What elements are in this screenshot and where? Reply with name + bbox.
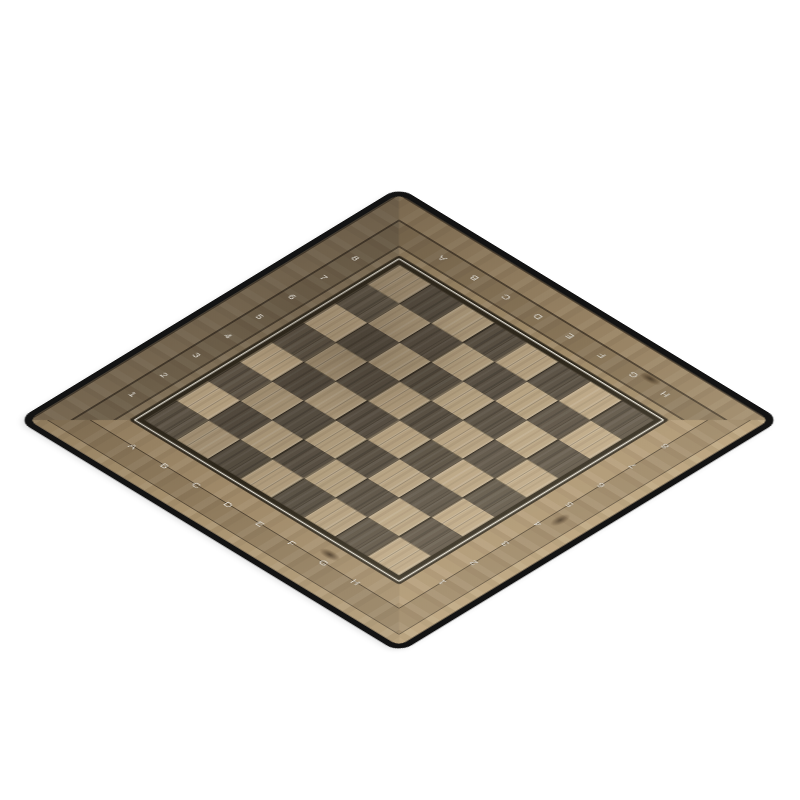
product-photo-canvas: AABBCCDDEEFFGGHH1122334455667788 — [0, 0, 800, 800]
board-frame-band — [129, 255, 669, 585]
mat-binding-edge: AABBCCDDEEFFGGHH1122334455667788 — [17, 187, 781, 653]
chess-mat: AABBCCDDEEFFGGHH1122334455667788 — [17, 187, 781, 653]
